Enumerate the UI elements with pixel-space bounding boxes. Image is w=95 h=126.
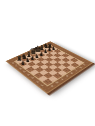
- chess-board: abcdefgh 87654321: [6, 41, 94, 94]
- chess-set-photo: abcdefgh 87654321 ♜♞♝♛♚♝♞♜♟♟♟♟♟♟♟♟: [0, 0, 95, 126]
- board-grid: [14, 45, 85, 87]
